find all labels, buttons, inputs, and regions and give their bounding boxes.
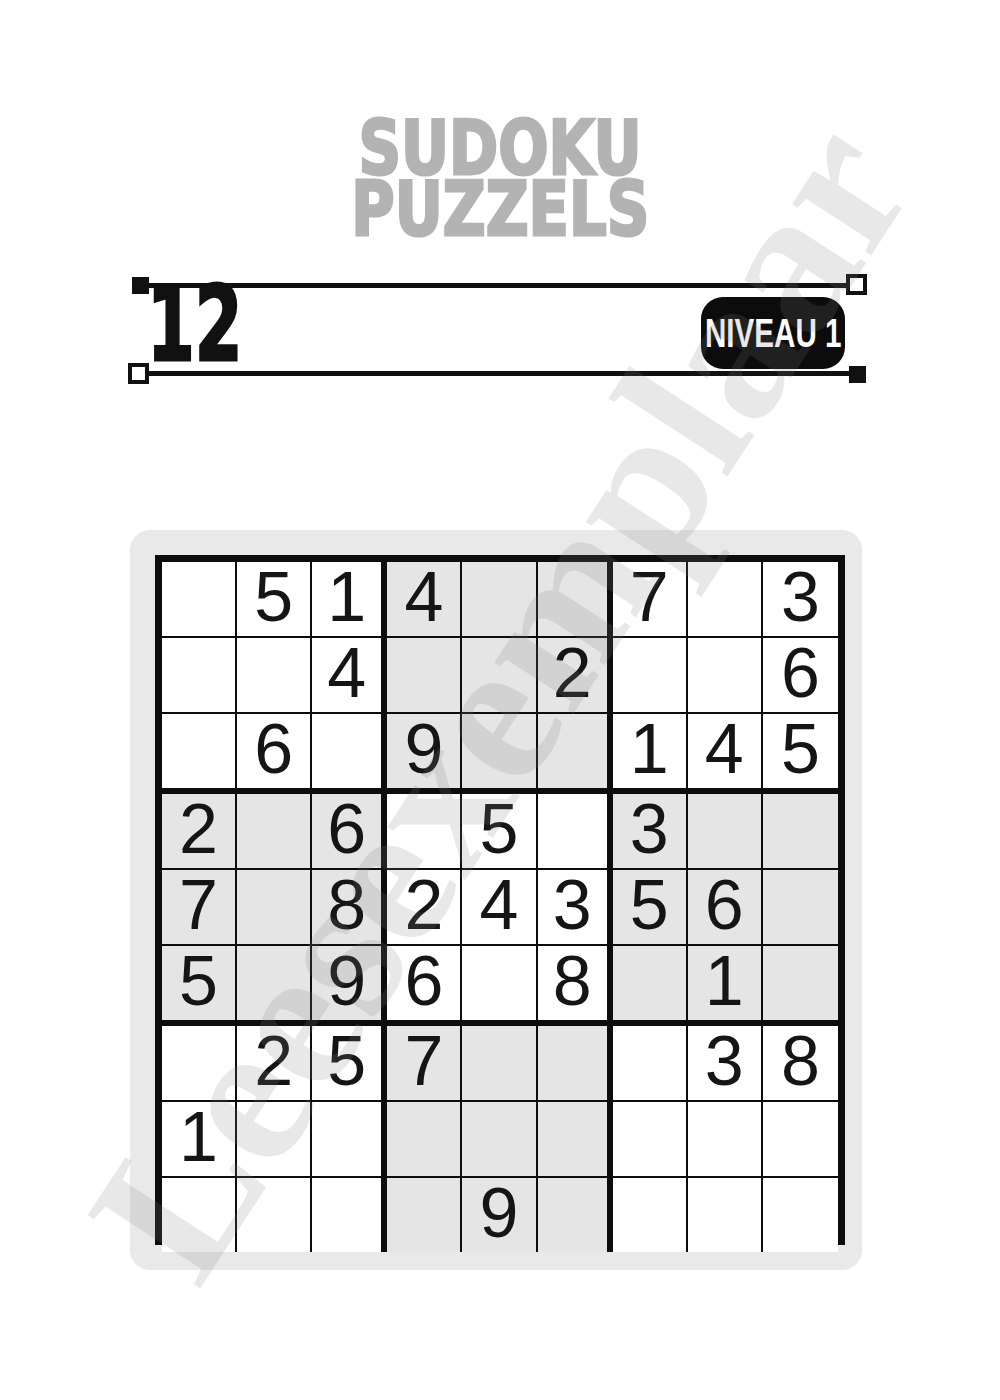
- sudoku-cell-r3c2: 6: [237, 714, 312, 794]
- sudoku-cell-r7c4: 7: [387, 1026, 462, 1102]
- sudoku-cell-r9c1: [162, 1178, 237, 1252]
- sudoku-cell-r3c5: [462, 714, 537, 794]
- sudoku-cell-r1c7: 7: [613, 562, 688, 638]
- sudoku-cell-r3c1: [162, 714, 237, 794]
- sudoku-cell-r5c6: 3: [538, 870, 613, 946]
- sudoku-cell-r3c3: [312, 714, 387, 794]
- square-marker-bottom-right: [849, 366, 866, 383]
- sudoku-cell-r1c5: [462, 562, 537, 638]
- sudoku-cell-r6c7: [613, 946, 688, 1026]
- sudoku-cell-r2c5: [462, 638, 537, 714]
- square-marker-bottom-left: [128, 363, 149, 384]
- sudoku-cell-r3c8: 4: [688, 714, 763, 794]
- sudoku-cell-r9c2: [237, 1178, 312, 1252]
- sudoku-cell-r2c8: [688, 638, 763, 714]
- sudoku-cell-r4c5: 5: [462, 794, 537, 870]
- sudoku-cell-r1c9: 3: [763, 562, 838, 638]
- sudoku-cell-r5c7: 5: [613, 870, 688, 946]
- sudoku-cell-r4c4: [387, 794, 462, 870]
- sudoku-cell-r2c7: [613, 638, 688, 714]
- sudoku-cell-r6c6: 8: [538, 946, 613, 1026]
- sudoku-cell-r2c1: [162, 638, 237, 714]
- sudoku-cell-r2c3: 4: [312, 638, 387, 714]
- sudoku-cell-r4c2: [237, 794, 312, 870]
- sudoku-cell-r2c4: [387, 638, 462, 714]
- sudoku-cell-r2c2: [237, 638, 312, 714]
- sudoku-cell-r3c9: 5: [763, 714, 838, 794]
- sudoku-cell-r8c6: [538, 1102, 613, 1178]
- sudoku-cell-r8c3: [312, 1102, 387, 1178]
- puzzle-number: 12: [147, 272, 243, 376]
- divider-line-bottom: [149, 371, 849, 376]
- sudoku-cell-r5c3: 8: [312, 870, 387, 946]
- sudoku-cell-r1c6: [538, 562, 613, 638]
- sudoku-cell-r7c7: [613, 1026, 688, 1102]
- sudoku-cell-r1c8: [688, 562, 763, 638]
- sudoku-cell-r7c6: [538, 1026, 613, 1102]
- sudoku-cell-r5c2: [237, 870, 312, 946]
- sudoku-cell-r1c3: 1: [312, 562, 387, 638]
- sudoku-cell-r5c9: [763, 870, 838, 946]
- sudoku-cell-r9c9: [763, 1178, 838, 1252]
- page-title: SUDOKU PUZZELS: [0, 118, 1000, 240]
- sudoku-cell-r9c5: 9: [462, 1178, 537, 1252]
- level-badge-label: NIVEAU 1: [705, 311, 842, 356]
- sudoku-cell-r2c9: 6: [763, 638, 838, 714]
- sudoku-cell-r1c2: 5: [237, 562, 312, 638]
- sudoku-cell-r7c1: [162, 1026, 237, 1102]
- sudoku-cell-r5c4: 2: [387, 870, 462, 946]
- title-line-2: PUZZELS: [0, 179, 1000, 240]
- sudoku-cell-r4c1: 2: [162, 794, 237, 870]
- sudoku-cell-r3c4: 9: [387, 714, 462, 794]
- sudoku-cell-r6c4: 6: [387, 946, 462, 1026]
- sudoku-cell-r8c2: [237, 1102, 312, 1178]
- sudoku-cell-r7c3: 5: [312, 1026, 387, 1102]
- square-marker-top-right: [846, 274, 867, 295]
- sudoku-cell-r1c4: 4: [387, 562, 462, 638]
- sudoku-cell-r5c5: 4: [462, 870, 537, 946]
- sudoku-cell-r6c5: [462, 946, 537, 1026]
- divider-line-top: [149, 283, 849, 288]
- sudoku-cell-r4c9: [763, 794, 838, 870]
- sudoku-cell-r8c9: [763, 1102, 838, 1178]
- sudoku-cell-r6c8: 1: [688, 946, 763, 1026]
- sudoku-cell-r8c5: [462, 1102, 537, 1178]
- sudoku-cell-r7c5: [462, 1026, 537, 1102]
- sudoku-cell-r6c3: 9: [312, 946, 387, 1026]
- sudoku-cell-r6c2: [237, 946, 312, 1026]
- level-badge: NIVEAU 1: [701, 297, 845, 369]
- sudoku-cell-r7c8: 3: [688, 1026, 763, 1102]
- sudoku-grid: 514734266914526537824356596812573819: [155, 555, 845, 1245]
- sudoku-cell-r6c9: [763, 946, 838, 1026]
- sudoku-cell-r3c7: 1: [613, 714, 688, 794]
- sudoku-cell-r9c8: [688, 1178, 763, 1252]
- sudoku-cell-r9c4: [387, 1178, 462, 1252]
- sudoku-cell-r5c8: 6: [688, 870, 763, 946]
- sudoku-cell-r4c7: 3: [613, 794, 688, 870]
- sudoku-cell-r8c4: [387, 1102, 462, 1178]
- sudoku-cell-r4c6: [538, 794, 613, 870]
- sudoku-cell-r9c7: [613, 1178, 688, 1252]
- sudoku-cell-r3c6: [538, 714, 613, 794]
- sudoku-cell-r4c3: 6: [312, 794, 387, 870]
- sudoku-cell-r5c1: 7: [162, 870, 237, 946]
- sudoku-cell-r2c6: 2: [538, 638, 613, 714]
- sudoku-cell-r9c6: [538, 1178, 613, 1252]
- sudoku-cell-r8c8: [688, 1102, 763, 1178]
- sudoku-cell-r7c9: 8: [763, 1026, 838, 1102]
- sudoku-cell-r9c3: [312, 1178, 387, 1252]
- sudoku-cell-r1c1: [162, 562, 237, 638]
- sudoku-cell-r8c7: [613, 1102, 688, 1178]
- sudoku-cell-r4c8: [688, 794, 763, 870]
- sudoku-cell-r6c1: 5: [162, 946, 237, 1026]
- sudoku-cell-r7c2: 2: [237, 1026, 312, 1102]
- sudoku-cell-r8c1: 1: [162, 1102, 237, 1178]
